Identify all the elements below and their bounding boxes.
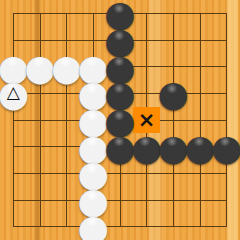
board-point-a6[interactable] [0, 133, 27, 160]
board-point-i3[interactable] [213, 53, 240, 80]
board-point-g1[interactable] [160, 0, 187, 27]
black-stone: ● [158, 76, 189, 112]
board-point-b6[interactable] [27, 133, 54, 160]
board-point-h3[interactable] [187, 53, 214, 80]
board-point-i8[interactable] [213, 187, 240, 214]
board-point-g9[interactable] [160, 213, 187, 240]
board-point-a4[interactable]: ●△ [0, 80, 27, 107]
board-point-f8[interactable] [133, 187, 160, 214]
board-point-e9[interactable] [107, 213, 134, 240]
board-point-c3[interactable]: ● [53, 53, 80, 80]
board-point-c8[interactable] [53, 187, 80, 214]
board-point-g6[interactable]: ● [160, 133, 187, 160]
board-point-g2[interactable] [160, 27, 187, 54]
board-point-g8[interactable] [160, 187, 187, 214]
board-point-i6[interactable]: ● [213, 133, 240, 160]
board-point-f1[interactable] [133, 0, 160, 27]
board-point-h8[interactable] [187, 187, 214, 214]
board-point-h6[interactable]: ● [187, 133, 214, 160]
board-point-c1[interactable] [53, 0, 80, 27]
board-point-b9[interactable] [27, 213, 54, 240]
board-point-f2[interactable] [133, 27, 160, 54]
board-point-b8[interactable] [27, 187, 54, 214]
go-board: ●●●●●●●●△●●●●●×●●●●●●●●● [0, 0, 240, 240]
white-stone: ● [78, 210, 109, 240]
board-point-f4[interactable] [133, 80, 160, 107]
board-point-h1[interactable] [187, 0, 214, 27]
board-point-f9[interactable] [133, 213, 160, 240]
board-point-a7[interactable] [0, 160, 27, 187]
board-grid: ●●●●●●●●△●●●●●×●●●●●●●●● [0, 0, 240, 240]
board-point-d9[interactable]: ● [80, 213, 107, 240]
board-point-c5[interactable] [53, 107, 80, 134]
board-point-b5[interactable] [27, 107, 54, 134]
board-point-i2[interactable] [213, 27, 240, 54]
board-point-i1[interactable] [213, 0, 240, 27]
board-point-i4[interactable] [213, 80, 240, 107]
board-point-i9[interactable] [213, 213, 240, 240]
board-point-h4[interactable] [187, 80, 214, 107]
white-stone: ● [0, 76, 29, 112]
board-point-a9[interactable] [0, 213, 27, 240]
board-point-c6[interactable] [53, 133, 80, 160]
board-point-c7[interactable] [53, 160, 80, 187]
black-stone: ● [211, 130, 240, 166]
board-point-h9[interactable] [187, 213, 214, 240]
board-point-b3[interactable]: ● [27, 53, 54, 80]
board-point-f3[interactable] [133, 53, 160, 80]
board-point-b7[interactable] [27, 160, 54, 187]
board-point-g4[interactable]: ● [160, 80, 187, 107]
board-point-b1[interactable] [27, 0, 54, 27]
board-point-c9[interactable] [53, 213, 80, 240]
board-point-h2[interactable] [187, 27, 214, 54]
board-point-e8[interactable] [107, 187, 134, 214]
board-point-e6[interactable]: ● [107, 133, 134, 160]
board-point-a1[interactable] [0, 0, 27, 27]
board-point-f6[interactable]: ● [133, 133, 160, 160]
board-point-d1[interactable] [80, 0, 107, 27]
board-point-a8[interactable] [0, 187, 27, 214]
